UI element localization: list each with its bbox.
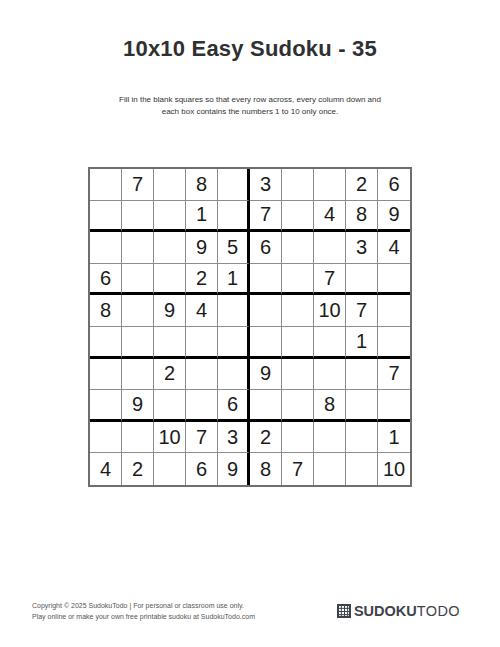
- cell-r8c6: [250, 390, 282, 422]
- cell-r9c9: [346, 422, 378, 454]
- cell-r3c1: [90, 232, 122, 264]
- cell-r2c10: 9: [378, 201, 410, 233]
- cell-r6c3: [154, 327, 186, 359]
- cell-r2c2: [122, 201, 154, 233]
- cell-r2c5: [218, 201, 250, 233]
- cell-r7c10: 7: [378, 359, 410, 391]
- cell-r2c4: 1: [186, 201, 218, 233]
- cell-r1c3: [154, 169, 186, 201]
- cell-r5c5: [218, 295, 250, 327]
- instructions-line-1: Fill in the blank squares so that every …: [119, 95, 381, 104]
- cell-r1c2: 7: [122, 169, 154, 201]
- cell-r6c6: [250, 327, 282, 359]
- puzzle-title: 10x10 Easy Sudoku - 35: [0, 36, 500, 62]
- cell-r8c2: 9: [122, 390, 154, 422]
- footer-text: Copyright © 2025 SudokuTodo | For person…: [32, 600, 255, 622]
- cell-r9c6: 2: [250, 422, 282, 454]
- cell-r7c1: [90, 359, 122, 391]
- cell-r9c8: [314, 422, 346, 454]
- cell-r4c4: 2: [186, 264, 218, 296]
- cell-r4c7: [282, 264, 314, 296]
- cell-r9c5: 3: [218, 422, 250, 454]
- cell-r4c1: 6: [90, 264, 122, 296]
- cell-r3c6: 6: [250, 232, 282, 264]
- instructions-line-2: each box contains the numbers 1 to 10 on…: [162, 107, 339, 116]
- cell-r4c3: [154, 264, 186, 296]
- cell-r7c5: [218, 359, 250, 391]
- cell-r1c1: [90, 169, 122, 201]
- logo-text: SUDOKUTODO: [354, 603, 460, 619]
- instructions: Fill in the blank squares so that every …: [0, 94, 500, 118]
- copyright-text: Copyright © 2025 SudokuTodo | For person…: [32, 600, 255, 611]
- cell-r2c7: [282, 201, 314, 233]
- cell-r7c4: [186, 359, 218, 391]
- cell-r7c7: [282, 359, 314, 391]
- cell-r5c1: 8: [90, 295, 122, 327]
- cell-r9c7: [282, 422, 314, 454]
- cell-r7c2: [122, 359, 154, 391]
- cell-r7c3: 2: [154, 359, 186, 391]
- tagline-text: Play online or make your own free printa…: [32, 611, 255, 622]
- cell-r7c6: 9: [250, 359, 282, 391]
- cell-r1c10: 6: [378, 169, 410, 201]
- cell-r6c10: [378, 327, 410, 359]
- cell-r8c4: [186, 390, 218, 422]
- cell-r8c1: [90, 390, 122, 422]
- cell-r5c7: [282, 295, 314, 327]
- cell-r8c8: 8: [314, 390, 346, 422]
- cell-r5c9: 7: [346, 295, 378, 327]
- grid-icon: [337, 604, 354, 618]
- cell-r3c3: [154, 232, 186, 264]
- cell-r4c10: [378, 264, 410, 296]
- cell-r9c3: 10: [154, 422, 186, 454]
- cell-r3c5: 5: [218, 232, 250, 264]
- cell-r5c4: 4: [186, 295, 218, 327]
- cell-r1c8: [314, 169, 346, 201]
- cell-r10c10: 10: [378, 453, 410, 485]
- logo-text-todo: TODO: [417, 603, 460, 619]
- cell-r10c4: 6: [186, 453, 218, 485]
- cell-r6c8: [314, 327, 346, 359]
- cell-r6c2: [122, 327, 154, 359]
- cell-r6c9: 1: [346, 327, 378, 359]
- cell-r4c5: 1: [218, 264, 250, 296]
- page: 10x10 Easy Sudoku - 35 Fill in the blank…: [0, 0, 500, 647]
- cell-r2c9: 8: [346, 201, 378, 233]
- sudokutodo-logo: SUDOKUTODO: [337, 603, 460, 619]
- cell-r6c4: [186, 327, 218, 359]
- cell-r9c2: [122, 422, 154, 454]
- cell-r6c7: [282, 327, 314, 359]
- cell-r2c1: [90, 201, 122, 233]
- cell-r2c8: 4: [314, 201, 346, 233]
- cell-r10c9: [346, 453, 378, 485]
- cell-r10c5: 9: [218, 453, 250, 485]
- cell-r4c8: 7: [314, 264, 346, 296]
- cell-r6c5: [218, 327, 250, 359]
- cell-r7c8: [314, 359, 346, 391]
- footer: Copyright © 2025 SudokuTodo | For person…: [32, 600, 460, 622]
- cell-r5c6: [250, 295, 282, 327]
- cell-r6c1: [90, 327, 122, 359]
- cell-r1c6: 3: [250, 169, 282, 201]
- cell-r2c6: 7: [250, 201, 282, 233]
- cell-r1c9: 2: [346, 169, 378, 201]
- cell-r1c4: 8: [186, 169, 218, 201]
- sudoku-board: 7832617489956346217894107129796810732142…: [88, 167, 412, 487]
- cell-r2c3: [154, 201, 186, 233]
- cell-r3c9: 3: [346, 232, 378, 264]
- cell-r3c7: [282, 232, 314, 264]
- cell-r4c6: [250, 264, 282, 296]
- cell-r3c8: [314, 232, 346, 264]
- cell-r10c6: 8: [250, 453, 282, 485]
- cell-r4c2: [122, 264, 154, 296]
- cell-r3c10: 4: [378, 232, 410, 264]
- cell-r4c9: [346, 264, 378, 296]
- cell-r8c10: [378, 390, 410, 422]
- cell-r5c10: [378, 295, 410, 327]
- cell-r7c9: [346, 359, 378, 391]
- cell-r10c3: [154, 453, 186, 485]
- cell-r9c1: [90, 422, 122, 454]
- cell-r3c4: 9: [186, 232, 218, 264]
- cell-r8c5: 6: [218, 390, 250, 422]
- cell-r10c8: [314, 453, 346, 485]
- cell-r3c2: [122, 232, 154, 264]
- cell-r1c7: [282, 169, 314, 201]
- cell-r8c9: [346, 390, 378, 422]
- cell-r9c10: 1: [378, 422, 410, 454]
- cell-r8c7: [282, 390, 314, 422]
- cell-r9c4: 7: [186, 422, 218, 454]
- cell-r5c8: 10: [314, 295, 346, 327]
- cell-r5c3: 9: [154, 295, 186, 327]
- cell-r10c7: 7: [282, 453, 314, 485]
- cell-r1c5: [218, 169, 250, 201]
- cell-r5c2: [122, 295, 154, 327]
- cell-r10c1: 4: [90, 453, 122, 485]
- logo-text-sudoku: SUDOKU: [354, 603, 417, 619]
- cell-r10c2: 2: [122, 453, 154, 485]
- cell-r8c3: [154, 390, 186, 422]
